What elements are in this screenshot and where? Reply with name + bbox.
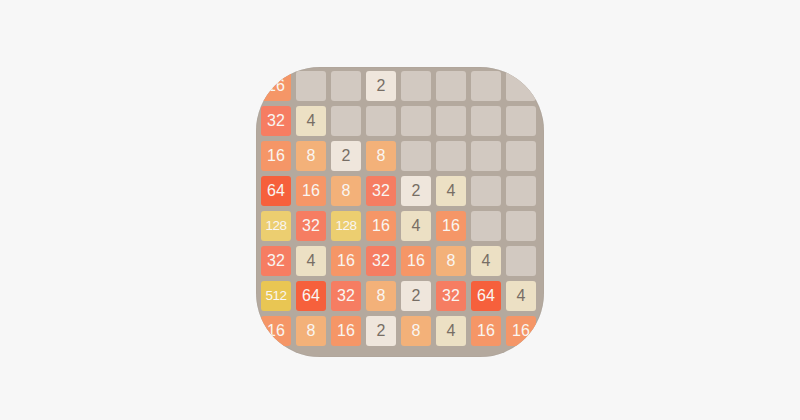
- empty-cell: [506, 211, 536, 241]
- tile-4: 4: [436, 176, 466, 206]
- page-background: 1623241682864168322412832128164163241632…: [0, 0, 800, 420]
- tile-512: 512: [261, 281, 291, 311]
- empty-cell: [506, 141, 536, 171]
- tile-4: 4: [296, 106, 326, 136]
- empty-cell: [401, 141, 431, 171]
- tile-8: 8: [331, 176, 361, 206]
- tile-32: 32: [436, 281, 466, 311]
- empty-cell: [366, 106, 396, 136]
- app-icon-2048[interactable]: 1623241682864168322412832128164163241632…: [256, 67, 544, 357]
- empty-cell: [436, 106, 466, 136]
- tile-16: 16: [261, 71, 291, 101]
- tile-2: 2: [401, 176, 431, 206]
- tile-8: 8: [366, 141, 396, 171]
- tile-2: 2: [401, 281, 431, 311]
- board-2048: 1623241682864168322412832128164163241632…: [261, 71, 536, 346]
- empty-cell: [471, 211, 501, 241]
- tile-8: 8: [401, 316, 431, 346]
- empty-cell: [296, 71, 326, 101]
- tile-4: 4: [436, 316, 466, 346]
- tile-16: 16: [506, 316, 536, 346]
- tile-16: 16: [436, 211, 466, 241]
- tile-128: 128: [331, 211, 361, 241]
- tile-32: 32: [366, 176, 396, 206]
- empty-cell: [506, 176, 536, 206]
- empty-cell: [331, 71, 361, 101]
- tile-4: 4: [401, 211, 431, 241]
- tile-64: 64: [261, 176, 291, 206]
- tile-128: 128: [261, 211, 291, 241]
- tile-2: 2: [366, 316, 396, 346]
- empty-cell: [436, 141, 466, 171]
- tile-8: 8: [436, 246, 466, 276]
- tile-2: 2: [366, 71, 396, 101]
- empty-cell: [506, 106, 536, 136]
- tile-16: 16: [471, 316, 501, 346]
- tile-32: 32: [296, 211, 326, 241]
- tile-2: 2: [331, 141, 361, 171]
- empty-cell: [401, 106, 431, 136]
- tile-4: 4: [471, 246, 501, 276]
- tile-64: 64: [296, 281, 326, 311]
- tile-8: 8: [296, 316, 326, 346]
- tile-16: 16: [401, 246, 431, 276]
- empty-cell: [436, 71, 466, 101]
- empty-cell: [471, 106, 501, 136]
- tile-4: 4: [296, 246, 326, 276]
- empty-cell: [471, 176, 501, 206]
- tile-4: 4: [506, 281, 536, 311]
- tile-16: 16: [366, 211, 396, 241]
- tile-8: 8: [366, 281, 396, 311]
- tile-16: 16: [296, 176, 326, 206]
- empty-cell: [471, 141, 501, 171]
- tile-16: 16: [261, 316, 291, 346]
- tile-8: 8: [296, 141, 326, 171]
- empty-cell: [506, 246, 536, 276]
- tile-16: 16: [331, 246, 361, 276]
- tile-16: 16: [261, 141, 291, 171]
- tile-32: 32: [261, 246, 291, 276]
- empty-cell: [331, 106, 361, 136]
- tile-32: 32: [331, 281, 361, 311]
- tile-32: 32: [366, 246, 396, 276]
- tile-16: 16: [331, 316, 361, 346]
- tile-64: 64: [471, 281, 501, 311]
- empty-cell: [401, 71, 431, 101]
- empty-cell: [471, 71, 501, 101]
- empty-cell: [506, 71, 536, 101]
- tile-32: 32: [261, 106, 291, 136]
